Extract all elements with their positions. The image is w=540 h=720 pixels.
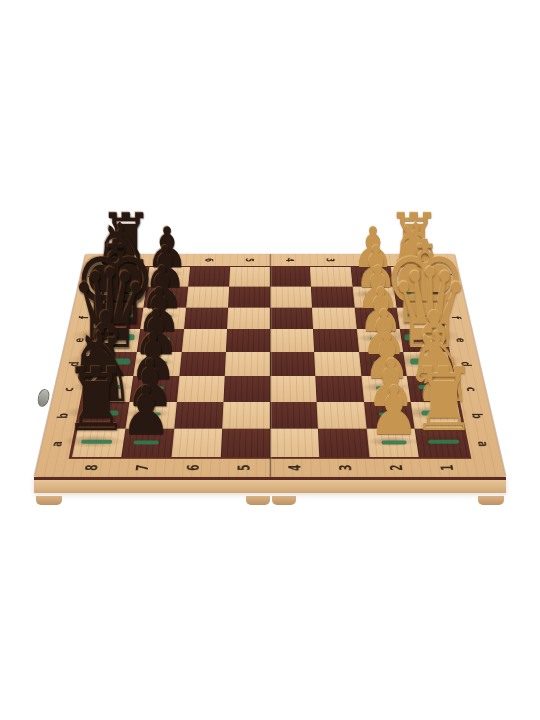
piece-shadow: [381, 328, 461, 345]
piece-black-pawn-f7: ♟: [135, 259, 188, 318]
piece-black-pawn-b7: ♟: [120, 350, 179, 416]
piece-shadow: [86, 309, 144, 321]
piece-glyph: ♚: [72, 226, 158, 340]
piece-shadow: [97, 268, 148, 279]
piece-glyph: ♟: [358, 280, 403, 340]
piece-black-queen-d8: ♛: [61, 255, 159, 365]
felt-base: [157, 273, 177, 276]
piece-shadow: [368, 437, 415, 447]
piece-white-pawn-h2: ♟: [348, 220, 398, 276]
piece-shadow: [142, 290, 182, 299]
piece-black-king-e8: ♚: [64, 226, 166, 340]
felt-base: [401, 272, 427, 276]
felt-base: [368, 315, 389, 318]
piece-shadow: [128, 382, 173, 392]
piece-black-pawn-a7: ♟: [116, 377, 177, 445]
felt-base: [81, 440, 112, 444]
piece-shadow: [409, 434, 470, 447]
product-photo: 8877665544332211aabbccddeeffgghh ♜♞♝♛♚♝♞…: [0, 0, 540, 720]
piece-glyph: ♟: [363, 326, 411, 390]
piece-glyph: ♟: [143, 239, 186, 296]
piece-shadow: [360, 357, 403, 366]
piece-shadow: [67, 352, 144, 368]
piece-shadow: [386, 268, 437, 279]
piece-glyph: ♟: [361, 302, 408, 364]
piece-black-pawn-c7: ♟: [124, 326, 181, 390]
piece-black-knight-b8: ♞: [58, 319, 144, 415]
piece-shadow: [365, 409, 411, 419]
piece-glyph: ♟: [354, 239, 397, 296]
piece-shadow: [401, 405, 468, 419]
piece-glyph: ♝: [72, 300, 139, 389]
piece-glyph: ♝: [88, 235, 150, 317]
piece-white-rook-h1: ♜: [382, 203, 447, 276]
piece-glyph: ♞: [91, 212, 155, 296]
piece-glyph: ♞: [402, 319, 475, 415]
piece-glyph: ♟: [125, 350, 174, 416]
felt-base: [138, 413, 162, 416]
piece-glyph: ♟: [369, 377, 420, 445]
piece-glyph: ♟: [136, 280, 181, 340]
piece-glyph: ♛: [388, 255, 470, 365]
felt-base: [154, 293, 175, 296]
felt-base: [373, 361, 395, 364]
piece-white-pawn-g2: ♟: [350, 239, 401, 296]
felt-base: [107, 292, 137, 296]
piece-shadow: [89, 287, 148, 300]
piece-black-bishop-f8: ♝: [82, 235, 156, 317]
piece-glyph: ♚: [383, 226, 469, 340]
piece-black-pawn-h7: ♟: [142, 220, 192, 276]
piece-white-queen-d1: ♛: [381, 255, 479, 365]
felt-base: [410, 359, 449, 364]
piece-glyph: ♟: [121, 377, 172, 445]
felt-base: [134, 441, 158, 444]
piece-shadow: [387, 352, 464, 368]
piece-white-pawn-a2: ♟: [364, 377, 425, 445]
piece-white-pawn-c2: ♟: [359, 326, 416, 390]
piece-black-knight-g8: ♞: [84, 212, 160, 296]
piece-glyph: ♛: [69, 255, 151, 365]
piece-black-rook-a8: ♜: [57, 357, 135, 444]
piece-black-rook-h8: ♜: [93, 203, 158, 276]
felt-base: [113, 272, 139, 276]
felt-base: [376, 386, 399, 389]
felt-base: [145, 361, 167, 364]
piece-shadow: [362, 382, 407, 392]
felt-base: [94, 335, 135, 341]
piece-black-pawn-g7: ♟: [139, 239, 190, 296]
felt-base: [148, 337, 170, 340]
piece-glyph: ♜: [387, 203, 442, 276]
piece-glyph: ♝: [400, 300, 467, 389]
piece-shadow: [70, 328, 150, 345]
piece-shadow: [357, 334, 399, 343]
piece-black-pawn-e7: ♟: [132, 280, 186, 340]
piece-shadow: [351, 269, 390, 277]
felt-base: [403, 292, 433, 296]
piece-glyph: ♟: [133, 302, 180, 364]
piece-white-pawn-f2: ♟: [352, 259, 405, 318]
felt-base: [421, 411, 456, 416]
felt-base: [84, 411, 119, 416]
piece-shadow: [64, 405, 131, 419]
piece-glyph: ♟: [356, 259, 400, 318]
piece-glyph: ♞: [65, 319, 138, 415]
piece-white-knight-b1: ♞: [395, 319, 481, 415]
piece-glyph: ♟: [366, 350, 415, 416]
piece-white-bishop-f1: ♝: [385, 235, 459, 317]
piece-white-king-e1: ♚: [374, 226, 476, 340]
piece-shadow: [353, 290, 393, 299]
piece-shadow: [120, 437, 167, 447]
felt-base: [407, 313, 437, 317]
piece-glyph: ♟: [146, 220, 188, 276]
felt-base: [418, 385, 450, 389]
piece-glyph: ♜: [99, 203, 154, 276]
piece-glyph: ♟: [140, 259, 184, 318]
felt-base: [363, 273, 383, 276]
felt-base: [405, 335, 446, 341]
felt-base: [91, 359, 130, 364]
felt-base: [370, 337, 392, 340]
pieces-layer: ♜♞♝♛♚♝♞♜♟♟♟♟♟♟♟♟♟♟♟♟♟♟♟♟♜♞♝♛♚♝♞♜: [0, 0, 540, 720]
piece-shadow: [62, 434, 123, 447]
piece-white-pawn-e2: ♟: [354, 280, 408, 340]
piece-shadow: [135, 334, 177, 343]
piece-shadow: [139, 311, 180, 320]
piece-shadow: [124, 409, 170, 419]
felt-base: [141, 386, 164, 389]
felt-base: [382, 441, 406, 444]
felt-base: [104, 313, 134, 317]
piece-white-pawn-d2: ♟: [356, 302, 412, 364]
piece-black-bishop-c8: ♝: [66, 300, 146, 389]
piece-shadow: [145, 269, 184, 277]
piece-glyph: ♜: [411, 357, 477, 444]
felt-base: [90, 385, 122, 389]
piece-white-bishop-c1: ♝: [394, 300, 474, 389]
felt-base: [365, 293, 386, 296]
piece-shadow: [355, 311, 396, 320]
felt-base: [428, 440, 459, 444]
piece-white-rook-a1: ♜: [404, 357, 482, 444]
piece-white-pawn-b2: ♟: [361, 350, 420, 416]
piece-white-knight-g1: ♞: [380, 212, 456, 296]
piece-glyph: ♞: [386, 212, 450, 296]
piece-shadow: [389, 309, 447, 321]
piece-glyph: ♟: [129, 326, 177, 390]
piece-glyph: ♝: [391, 235, 453, 317]
piece-glyph: ♟: [352, 220, 394, 276]
piece-shadow: [385, 287, 444, 300]
piece-shadow: [399, 380, 461, 393]
piece-black-pawn-d7: ♟: [128, 302, 184, 364]
felt-base: [151, 315, 172, 318]
piece-shadow: [71, 380, 133, 393]
felt-base: [379, 413, 403, 416]
piece-shadow: [132, 357, 175, 366]
piece-glyph: ♜: [64, 357, 130, 444]
